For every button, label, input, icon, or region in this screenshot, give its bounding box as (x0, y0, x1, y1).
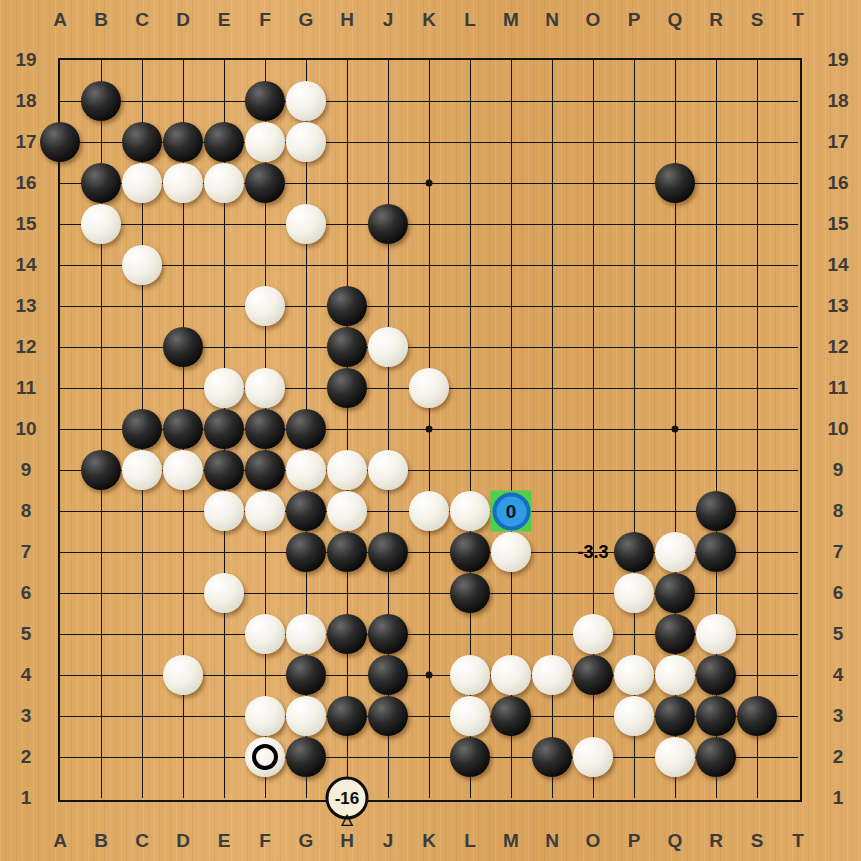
intersection-E3[interactable] (204, 696, 245, 737)
intersection-N14[interactable] (532, 245, 573, 286)
intersection-C1[interactable] (122, 778, 163, 819)
intersection-B2[interactable] (81, 737, 122, 778)
intersection-C3[interactable] (122, 696, 163, 737)
intersection-L8[interactable] (450, 491, 491, 532)
intersection-R15[interactable] (696, 204, 737, 245)
intersection-F13[interactable] (245, 286, 286, 327)
intersection-L1[interactable] (450, 778, 491, 819)
intersection-B3[interactable] (81, 696, 122, 737)
intersection-G1[interactable] (286, 778, 327, 819)
intersection-Q11[interactable] (655, 368, 696, 409)
intersection-D17[interactable] (163, 122, 204, 163)
intersection-R10[interactable] (696, 409, 737, 450)
intersection-D18[interactable] (163, 81, 204, 122)
intersection-Q3[interactable] (655, 696, 696, 737)
intersection-N4[interactable] (532, 655, 573, 696)
intersection-D10[interactable] (163, 409, 204, 450)
intersection-M7[interactable] (491, 532, 532, 573)
intersection-G10[interactable] (286, 409, 327, 450)
intersection-L19[interactable] (450, 40, 491, 81)
ai-best-move-marker-M8[interactable]: 0 (491, 491, 532, 532)
intersection-M13[interactable] (491, 286, 532, 327)
intersection-Q6[interactable] (655, 573, 696, 614)
intersection-S2[interactable] (737, 737, 778, 778)
intersection-Q1[interactable] (655, 778, 696, 819)
intersection-M16[interactable] (491, 163, 532, 204)
intersection-R7[interactable] (696, 532, 737, 573)
intersection-D13[interactable] (163, 286, 204, 327)
intersection-H3[interactable] (327, 696, 368, 737)
intersection-G15[interactable] (286, 204, 327, 245)
intersection-G11[interactable] (286, 368, 327, 409)
intersection-A6[interactable] (40, 573, 81, 614)
intersection-E13[interactable] (204, 286, 245, 327)
intersection-M3[interactable] (491, 696, 532, 737)
intersection-R13[interactable] (696, 286, 737, 327)
intersection-G6[interactable] (286, 573, 327, 614)
intersection-K17[interactable] (409, 122, 450, 163)
intersection-J2[interactable] (368, 737, 409, 778)
intersection-F2[interactable] (245, 737, 286, 778)
intersection-J5[interactable] (368, 614, 409, 655)
intersection-G12[interactable] (286, 327, 327, 368)
intersection-L9[interactable] (450, 450, 491, 491)
intersection-H16[interactable] (327, 163, 368, 204)
intersection-N16[interactable] (532, 163, 573, 204)
intersection-K10[interactable] (409, 409, 450, 450)
intersection-S10[interactable] (737, 409, 778, 450)
intersection-M4[interactable] (491, 655, 532, 696)
intersection-S11[interactable] (737, 368, 778, 409)
intersection-F16[interactable] (245, 163, 286, 204)
intersection-D19[interactable] (163, 40, 204, 81)
intersection-D12[interactable] (163, 327, 204, 368)
intersection-H12[interactable] (327, 327, 368, 368)
intersection-H4[interactable] (327, 655, 368, 696)
board-grid[interactable]: 0-3.3-16△ (40, 40, 819, 819)
intersection-P9[interactable] (614, 450, 655, 491)
intersection-F4[interactable] (245, 655, 286, 696)
intersection-L3[interactable] (450, 696, 491, 737)
intersection-S9[interactable] (737, 450, 778, 491)
intersection-K8[interactable] (409, 491, 450, 532)
intersection-D5[interactable] (163, 614, 204, 655)
intersection-H14[interactable] (327, 245, 368, 286)
intersection-C17[interactable] (122, 122, 163, 163)
intersection-D8[interactable] (163, 491, 204, 532)
intersection-N2[interactable] (532, 737, 573, 778)
intersection-J8[interactable] (368, 491, 409, 532)
intersection-P6[interactable] (614, 573, 655, 614)
intersection-R8[interactable] (696, 491, 737, 532)
intersection-Q5[interactable] (655, 614, 696, 655)
intersection-G2[interactable] (286, 737, 327, 778)
intersection-A15[interactable] (40, 204, 81, 245)
intersection-R4[interactable] (696, 655, 737, 696)
intersection-B9[interactable] (81, 450, 122, 491)
intersection-O19[interactable] (573, 40, 614, 81)
intersection-Q17[interactable] (655, 122, 696, 163)
intersection-P19[interactable] (614, 40, 655, 81)
intersection-M19[interactable] (491, 40, 532, 81)
intersection-L17[interactable] (450, 122, 491, 163)
intersection-P16[interactable] (614, 163, 655, 204)
intersection-T2[interactable] (778, 737, 819, 778)
intersection-K6[interactable] (409, 573, 450, 614)
intersection-N17[interactable] (532, 122, 573, 163)
intersection-C4[interactable] (122, 655, 163, 696)
intersection-B8[interactable] (81, 491, 122, 532)
intersection-B16[interactable] (81, 163, 122, 204)
intersection-F10[interactable] (245, 409, 286, 450)
intersection-E18[interactable] (204, 81, 245, 122)
intersection-F17[interactable] (245, 122, 286, 163)
intersection-S1[interactable] (737, 778, 778, 819)
intersection-T4[interactable] (778, 655, 819, 696)
intersection-R9[interactable] (696, 450, 737, 491)
intersection-E11[interactable] (204, 368, 245, 409)
intersection-N5[interactable] (532, 614, 573, 655)
intersection-O9[interactable] (573, 450, 614, 491)
intersection-B19[interactable] (81, 40, 122, 81)
intersection-O1[interactable] (573, 778, 614, 819)
intersection-N6[interactable] (532, 573, 573, 614)
intersection-F7[interactable] (245, 532, 286, 573)
intersection-K12[interactable] (409, 327, 450, 368)
intersection-J12[interactable] (368, 327, 409, 368)
intersection-A10[interactable] (40, 409, 81, 450)
intersection-M18[interactable] (491, 81, 532, 122)
intersection-A7[interactable] (40, 532, 81, 573)
intersection-P5[interactable] (614, 614, 655, 655)
intersection-J9[interactable] (368, 450, 409, 491)
intersection-J14[interactable] (368, 245, 409, 286)
intersection-B11[interactable] (81, 368, 122, 409)
intersection-F18[interactable] (245, 81, 286, 122)
intersection-C13[interactable] (122, 286, 163, 327)
intersection-K1[interactable] (409, 778, 450, 819)
intersection-C8[interactable] (122, 491, 163, 532)
intersection-O16[interactable] (573, 163, 614, 204)
intersection-B7[interactable] (81, 532, 122, 573)
intersection-E10[interactable] (204, 409, 245, 450)
intersection-D16[interactable] (163, 163, 204, 204)
intersection-P11[interactable] (614, 368, 655, 409)
intersection-D14[interactable] (163, 245, 204, 286)
intersection-T6[interactable] (778, 573, 819, 614)
intersection-H6[interactable] (327, 573, 368, 614)
intersection-A9[interactable] (40, 450, 81, 491)
intersection-S7[interactable] (737, 532, 778, 573)
intersection-B18[interactable] (81, 81, 122, 122)
intersection-B13[interactable] (81, 286, 122, 327)
intersection-T12[interactable] (778, 327, 819, 368)
intersection-E7[interactable] (204, 532, 245, 573)
intersection-J1[interactable] (368, 778, 409, 819)
intersection-N8[interactable] (532, 491, 573, 532)
intersection-H8[interactable] (327, 491, 368, 532)
intersection-L12[interactable] (450, 327, 491, 368)
intersection-R5[interactable] (696, 614, 737, 655)
intersection-B6[interactable] (81, 573, 122, 614)
intersection-A14[interactable] (40, 245, 81, 286)
intersection-T16[interactable] (778, 163, 819, 204)
intersection-N1[interactable] (532, 778, 573, 819)
intersection-F11[interactable] (245, 368, 286, 409)
intersection-G19[interactable] (286, 40, 327, 81)
intersection-K7[interactable] (409, 532, 450, 573)
intersection-D6[interactable] (163, 573, 204, 614)
ai-move-circle-marker-H1[interactable]: -16△ (326, 777, 369, 820)
intersection-N19[interactable] (532, 40, 573, 81)
intersection-R12[interactable] (696, 327, 737, 368)
intersection-L18[interactable] (450, 81, 491, 122)
intersection-P18[interactable] (614, 81, 655, 122)
intersection-Q19[interactable] (655, 40, 696, 81)
intersection-P13[interactable] (614, 286, 655, 327)
intersection-O8[interactable] (573, 491, 614, 532)
intersection-M1[interactable] (491, 778, 532, 819)
intersection-B1[interactable] (81, 778, 122, 819)
intersection-O13[interactable] (573, 286, 614, 327)
intersection-G14[interactable] (286, 245, 327, 286)
intersection-Q13[interactable] (655, 286, 696, 327)
intersection-L2[interactable] (450, 737, 491, 778)
intersection-G9[interactable] (286, 450, 327, 491)
intersection-K15[interactable] (409, 204, 450, 245)
intersection-A8[interactable] (40, 491, 81, 532)
intersection-H7[interactable] (327, 532, 368, 573)
intersection-C15[interactable] (122, 204, 163, 245)
intersection-Q12[interactable] (655, 327, 696, 368)
intersection-L6[interactable] (450, 573, 491, 614)
intersection-M14[interactable] (491, 245, 532, 286)
intersection-L14[interactable] (450, 245, 491, 286)
intersection-F15[interactable] (245, 204, 286, 245)
intersection-O14[interactable] (573, 245, 614, 286)
intersection-K3[interactable] (409, 696, 450, 737)
intersection-M9[interactable] (491, 450, 532, 491)
intersection-D15[interactable] (163, 204, 204, 245)
intersection-S14[interactable] (737, 245, 778, 286)
intersection-H1[interactable]: -16△ (327, 778, 368, 819)
intersection-D11[interactable] (163, 368, 204, 409)
intersection-B12[interactable] (81, 327, 122, 368)
intersection-T18[interactable] (778, 81, 819, 122)
intersection-J13[interactable] (368, 286, 409, 327)
intersection-T8[interactable] (778, 491, 819, 532)
intersection-C12[interactable] (122, 327, 163, 368)
intersection-S15[interactable] (737, 204, 778, 245)
intersection-A5[interactable] (40, 614, 81, 655)
intersection-S16[interactable] (737, 163, 778, 204)
intersection-N12[interactable] (532, 327, 573, 368)
intersection-K13[interactable] (409, 286, 450, 327)
intersection-O7[interactable]: -3.3 (573, 532, 614, 573)
intersection-M15[interactable] (491, 204, 532, 245)
intersection-E12[interactable] (204, 327, 245, 368)
intersection-T17[interactable] (778, 122, 819, 163)
intersection-R16[interactable] (696, 163, 737, 204)
intersection-P4[interactable] (614, 655, 655, 696)
intersection-E4[interactable] (204, 655, 245, 696)
intersection-T1[interactable] (778, 778, 819, 819)
intersection-Q4[interactable] (655, 655, 696, 696)
intersection-P3[interactable] (614, 696, 655, 737)
intersection-T7[interactable] (778, 532, 819, 573)
intersection-G3[interactable] (286, 696, 327, 737)
intersection-C5[interactable] (122, 614, 163, 655)
intersection-Q9[interactable] (655, 450, 696, 491)
intersection-F6[interactable] (245, 573, 286, 614)
intersection-A2[interactable] (40, 737, 81, 778)
intersection-Q7[interactable] (655, 532, 696, 573)
intersection-N7[interactable] (532, 532, 573, 573)
intersection-B17[interactable] (81, 122, 122, 163)
intersection-N18[interactable] (532, 81, 573, 122)
intersection-M8[interactable]: 0 (491, 491, 532, 532)
intersection-P2[interactable] (614, 737, 655, 778)
intersection-O15[interactable] (573, 204, 614, 245)
intersection-M6[interactable] (491, 573, 532, 614)
intersection-A19[interactable] (40, 40, 81, 81)
intersection-A3[interactable] (40, 696, 81, 737)
intersection-N13[interactable] (532, 286, 573, 327)
intersection-A13[interactable] (40, 286, 81, 327)
intersection-K5[interactable] (409, 614, 450, 655)
intersection-N9[interactable] (532, 450, 573, 491)
intersection-Q8[interactable] (655, 491, 696, 532)
intersection-O6[interactable] (573, 573, 614, 614)
intersection-H17[interactable] (327, 122, 368, 163)
intersection-F3[interactable] (245, 696, 286, 737)
intersection-H19[interactable] (327, 40, 368, 81)
intersection-T19[interactable] (778, 40, 819, 81)
intersection-K9[interactable] (409, 450, 450, 491)
intersection-S13[interactable] (737, 286, 778, 327)
intersection-L13[interactable] (450, 286, 491, 327)
intersection-M10[interactable] (491, 409, 532, 450)
intersection-P17[interactable] (614, 122, 655, 163)
intersection-P15[interactable] (614, 204, 655, 245)
intersection-D1[interactable] (163, 778, 204, 819)
intersection-M11[interactable] (491, 368, 532, 409)
intersection-S19[interactable] (737, 40, 778, 81)
intersection-K18[interactable] (409, 81, 450, 122)
intersection-C19[interactable] (122, 40, 163, 81)
intersection-G13[interactable] (286, 286, 327, 327)
intersection-J17[interactable] (368, 122, 409, 163)
intersection-E9[interactable] (204, 450, 245, 491)
intersection-G18[interactable] (286, 81, 327, 122)
intersection-F8[interactable] (245, 491, 286, 532)
intersection-A12[interactable] (40, 327, 81, 368)
intersection-T9[interactable] (778, 450, 819, 491)
intersection-O3[interactable] (573, 696, 614, 737)
intersection-O12[interactable] (573, 327, 614, 368)
intersection-K2[interactable] (409, 737, 450, 778)
intersection-R19[interactable] (696, 40, 737, 81)
intersection-C16[interactable] (122, 163, 163, 204)
intersection-K16[interactable] (409, 163, 450, 204)
intersection-L16[interactable] (450, 163, 491, 204)
intersection-Q15[interactable] (655, 204, 696, 245)
intersection-G8[interactable] (286, 491, 327, 532)
intersection-K11[interactable] (409, 368, 450, 409)
intersection-P8[interactable] (614, 491, 655, 532)
intersection-G16[interactable] (286, 163, 327, 204)
intersection-H2[interactable] (327, 737, 368, 778)
intersection-S3[interactable] (737, 696, 778, 737)
intersection-T15[interactable] (778, 204, 819, 245)
intersection-N11[interactable] (532, 368, 573, 409)
intersection-J3[interactable] (368, 696, 409, 737)
intersection-R18[interactable] (696, 81, 737, 122)
intersection-P10[interactable] (614, 409, 655, 450)
intersection-R17[interactable] (696, 122, 737, 163)
intersection-H13[interactable] (327, 286, 368, 327)
intersection-M12[interactable] (491, 327, 532, 368)
intersection-O11[interactable] (573, 368, 614, 409)
intersection-F19[interactable] (245, 40, 286, 81)
intersection-F14[interactable] (245, 245, 286, 286)
intersection-S6[interactable] (737, 573, 778, 614)
intersection-L5[interactable] (450, 614, 491, 655)
ai-move-score-text-O7[interactable]: -3.3 (577, 542, 608, 563)
intersection-Q18[interactable] (655, 81, 696, 122)
intersection-T11[interactable] (778, 368, 819, 409)
intersection-L10[interactable] (450, 409, 491, 450)
intersection-Q16[interactable] (655, 163, 696, 204)
intersection-P12[interactable] (614, 327, 655, 368)
intersection-Q2[interactable] (655, 737, 696, 778)
intersection-J18[interactable] (368, 81, 409, 122)
intersection-K14[interactable] (409, 245, 450, 286)
intersection-E2[interactable] (204, 737, 245, 778)
intersection-C14[interactable] (122, 245, 163, 286)
intersection-F1[interactable] (245, 778, 286, 819)
intersection-A17[interactable] (40, 122, 81, 163)
intersection-S17[interactable] (737, 122, 778, 163)
intersection-E8[interactable] (204, 491, 245, 532)
intersection-N10[interactable] (532, 409, 573, 450)
intersection-B10[interactable] (81, 409, 122, 450)
intersection-S8[interactable] (737, 491, 778, 532)
intersection-H10[interactable] (327, 409, 368, 450)
intersection-B14[interactable] (81, 245, 122, 286)
intersection-R1[interactable] (696, 778, 737, 819)
intersection-E5[interactable] (204, 614, 245, 655)
intersection-E1[interactable] (204, 778, 245, 819)
intersection-A4[interactable] (40, 655, 81, 696)
intersection-F5[interactable] (245, 614, 286, 655)
intersection-F12[interactable] (245, 327, 286, 368)
intersection-R3[interactable] (696, 696, 737, 737)
intersection-L4[interactable] (450, 655, 491, 696)
intersection-O10[interactable] (573, 409, 614, 450)
intersection-E15[interactable] (204, 204, 245, 245)
intersection-E6[interactable] (204, 573, 245, 614)
intersection-H11[interactable] (327, 368, 368, 409)
intersection-J19[interactable] (368, 40, 409, 81)
intersection-D7[interactable] (163, 532, 204, 573)
intersection-G4[interactable] (286, 655, 327, 696)
intersection-B4[interactable] (81, 655, 122, 696)
intersection-J11[interactable] (368, 368, 409, 409)
intersection-L15[interactable] (450, 204, 491, 245)
intersection-L7[interactable] (450, 532, 491, 573)
intersection-D9[interactable] (163, 450, 204, 491)
